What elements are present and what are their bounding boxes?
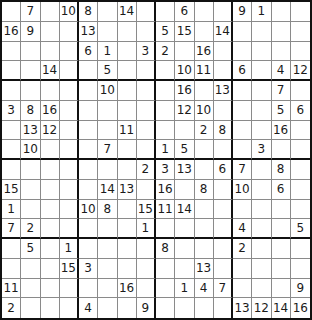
cell-r2c13[interactable] (233, 22, 252, 42)
cell-r6c15: 5 (272, 101, 291, 121)
cell-r9c8: 2 (137, 160, 156, 180)
cell-r16c12[interactable] (214, 298, 233, 318)
cell-r5c6: 10 (98, 81, 117, 101)
cell-r14c2[interactable] (21, 259, 40, 279)
cell-r15c12: 7 (214, 279, 233, 299)
cell-r6c2: 8 (21, 101, 40, 121)
cell-r3c13[interactable] (233, 42, 252, 62)
cell-r3c15[interactable] (272, 42, 291, 62)
cell-r10c6: 14 (98, 180, 117, 200)
cell-r14c12[interactable] (214, 259, 233, 279)
cell-r9c2[interactable] (21, 160, 40, 180)
cell-r14c8[interactable] (137, 259, 156, 279)
cell-r1c1[interactable] (2, 2, 21, 22)
cell-r4c3: 14 (41, 61, 60, 81)
cell-r6c13[interactable] (233, 101, 252, 121)
cell-r1c10: 6 (175, 2, 194, 22)
cell-r2c5: 13 (79, 22, 98, 42)
cell-r11c9: 11 (156, 200, 175, 220)
cell-r10c15: 6 (272, 180, 291, 200)
cell-r11c5: 10 (79, 200, 98, 220)
cell-r3c1[interactable] (2, 42, 21, 62)
cell-r10c9: 16 (156, 180, 175, 200)
cell-r14c9[interactable] (156, 259, 175, 279)
cell-r4c12[interactable] (214, 61, 233, 81)
cell-r3c8: 3 (137, 42, 156, 62)
cell-r16c7[interactable] (118, 298, 137, 318)
cell-r14c13[interactable] (233, 259, 252, 279)
cell-r7c6[interactable] (98, 121, 117, 141)
cell-r1c6[interactable] (98, 2, 117, 22)
cell-r2c11[interactable] (195, 22, 214, 42)
cell-r11c16[interactable] (291, 200, 310, 220)
cell-r14c3[interactable] (41, 259, 60, 279)
cell-r11c1: 1 (2, 200, 21, 220)
cell-r6c12[interactable] (214, 101, 233, 121)
cell-r5c1[interactable] (2, 81, 21, 101)
cell-r2c12: 14 (214, 22, 233, 42)
cell-r6c5[interactable] (79, 101, 98, 121)
cell-r9c11[interactable] (195, 160, 214, 180)
cell-r4c7[interactable] (118, 61, 137, 81)
cell-r4c16: 12 (291, 61, 310, 81)
cell-r6c8[interactable] (137, 101, 156, 121)
cell-r4c8[interactable] (137, 61, 156, 81)
cell-r2c3[interactable] (41, 22, 60, 42)
cell-r10c13: 10 (233, 180, 252, 200)
cell-r9c5[interactable] (79, 160, 98, 180)
cell-r12c12[interactable] (214, 219, 233, 239)
cell-r7c7: 11 (118, 121, 137, 141)
cell-r2c10: 15 (175, 22, 194, 42)
cell-r14c6[interactable] (98, 259, 117, 279)
cell-r15c11: 4 (195, 279, 214, 299)
cell-r5c13[interactable] (233, 81, 252, 101)
cell-r7c2: 13 (21, 121, 40, 141)
cell-r6c6[interactable] (98, 101, 117, 121)
cell-r7c16[interactable] (291, 121, 310, 141)
cell-r13c11[interactable] (195, 239, 214, 259)
cell-r1c5: 8 (79, 2, 98, 22)
cell-r15c6[interactable] (98, 279, 117, 299)
cell-r4c10: 10 (175, 61, 194, 81)
cell-r12c2: 2 (21, 219, 40, 239)
cell-r16c4[interactable] (60, 298, 79, 318)
cell-r4c13: 6 (233, 61, 252, 81)
cell-r4c11: 11 (195, 61, 214, 81)
cell-r9c16[interactable] (291, 160, 310, 180)
cell-r2c1: 16 (2, 22, 21, 42)
cell-r12c9[interactable] (156, 219, 175, 239)
cell-r1c8[interactable] (137, 2, 156, 22)
cell-r15c5[interactable] (79, 279, 98, 299)
cell-r8c10: 5 (175, 140, 194, 160)
cell-r10c12[interactable] (214, 180, 233, 200)
cell-r3c2[interactable] (21, 42, 40, 62)
cell-r3c16[interactable] (291, 42, 310, 62)
cell-r2c15[interactable] (272, 22, 291, 42)
cell-r1c15[interactable] (272, 2, 291, 22)
cell-r8c9: 1 (156, 140, 175, 160)
cell-r14c7[interactable] (118, 259, 137, 279)
cell-r13c3[interactable] (41, 239, 60, 259)
cell-r15c7: 16 (118, 279, 137, 299)
cell-r9c9: 3 (156, 160, 175, 180)
cell-r5c7[interactable] (118, 81, 137, 101)
cell-r2c9: 5 (156, 22, 175, 42)
cell-r8c16[interactable] (291, 140, 310, 160)
cell-r9c4[interactable] (60, 160, 79, 180)
cell-r15c13[interactable] (233, 279, 252, 299)
cell-r16c11[interactable] (195, 298, 214, 318)
cell-r7c5[interactable] (79, 121, 98, 141)
cell-r7c9[interactable] (156, 121, 175, 141)
cell-r5c5[interactable] (79, 81, 98, 101)
cell-r8c13[interactable] (233, 140, 252, 160)
cell-r6c14[interactable] (252, 101, 271, 121)
cell-r13c4: 1 (60, 239, 79, 259)
cell-r5c15: 7 (272, 81, 291, 101)
cell-r13c5[interactable] (79, 239, 98, 259)
cell-r11c3[interactable] (41, 200, 60, 220)
cell-r15c8[interactable] (137, 279, 156, 299)
cell-r8c5[interactable] (79, 140, 98, 160)
cell-r8c3[interactable] (41, 140, 60, 160)
cell-r10c10[interactable] (175, 180, 194, 200)
cell-r11c15[interactable] (272, 200, 291, 220)
cell-r9c14[interactable] (252, 160, 271, 180)
cell-r11c7[interactable] (118, 200, 137, 220)
cell-r8c14: 3 (252, 140, 271, 160)
cell-r8c11[interactable] (195, 140, 214, 160)
cell-r6c1: 3 (2, 101, 21, 121)
cell-r3c14[interactable] (252, 42, 271, 62)
cell-r1c11[interactable] (195, 2, 214, 22)
cell-r4c9[interactable] (156, 61, 175, 81)
cell-r13c2: 5 (21, 239, 40, 259)
cell-r14c10[interactable] (175, 259, 194, 279)
cell-r14c1[interactable] (2, 259, 21, 279)
cell-r13c7[interactable] (118, 239, 137, 259)
cell-r2c4[interactable] (60, 22, 79, 42)
cell-r1c9[interactable] (156, 2, 175, 22)
cell-r16c1: 2 (2, 298, 21, 318)
cell-r8c8[interactable] (137, 140, 156, 160)
cell-r16c16: 16 (291, 298, 310, 318)
cell-r10c7: 13 (118, 180, 137, 200)
sudoku-16x16-board: 7108146911691351514613216145101164121016… (0, 0, 312, 320)
cell-r12c6[interactable] (98, 219, 117, 239)
cell-r9c3[interactable] (41, 160, 60, 180)
cell-r5c8[interactable] (137, 81, 156, 101)
cell-r16c13: 13 (233, 298, 252, 318)
cell-r6c9[interactable] (156, 101, 175, 121)
cell-r1c4: 10 (60, 2, 79, 22)
cell-r12c13: 4 (233, 219, 252, 239)
cell-r5c10: 16 (175, 81, 194, 101)
cell-r13c6[interactable] (98, 239, 117, 259)
cell-r7c14[interactable] (252, 121, 271, 141)
cell-r16c6[interactable] (98, 298, 117, 318)
cell-r9c6[interactable] (98, 160, 117, 180)
cell-r3c7[interactable] (118, 42, 137, 62)
cell-r15c9[interactable] (156, 279, 175, 299)
cell-r7c4[interactable] (60, 121, 79, 141)
cell-r4c14[interactable] (252, 61, 271, 81)
cell-r6c16: 6 (291, 101, 310, 121)
cell-r8c7[interactable] (118, 140, 137, 160)
cell-r16c10[interactable] (175, 298, 194, 318)
cell-r3c11: 16 (195, 42, 214, 62)
cell-r6c7[interactable] (118, 101, 137, 121)
cell-r12c5[interactable] (79, 219, 98, 239)
cell-r12c8: 1 (137, 219, 156, 239)
cell-r14c14[interactable] (252, 259, 271, 279)
cell-r13c15[interactable] (272, 239, 291, 259)
cell-r15c10: 1 (175, 279, 194, 299)
cell-r6c3: 16 (41, 101, 60, 121)
cell-r15c3[interactable] (41, 279, 60, 299)
cell-r9c12: 6 (214, 160, 233, 180)
cell-r14c15[interactable] (272, 259, 291, 279)
cell-r12c7[interactable] (118, 219, 137, 239)
cell-r16c8: 9 (137, 298, 156, 318)
cell-r9c15: 8 (272, 160, 291, 180)
cell-r10c1: 15 (2, 180, 21, 200)
cell-r3c9: 2 (156, 42, 175, 62)
cell-r1c16[interactable] (291, 2, 310, 22)
cell-r3c4[interactable] (60, 42, 79, 62)
cell-r8c4[interactable] (60, 140, 79, 160)
cell-r13c9: 8 (156, 239, 175, 259)
cell-r14c4: 15 (60, 259, 79, 279)
cell-r13c14[interactable] (252, 239, 271, 259)
cell-r8c6: 7 (98, 140, 117, 160)
cell-r9c7[interactable] (118, 160, 137, 180)
cell-r10c14[interactable] (252, 180, 271, 200)
cell-r12c11[interactable] (195, 219, 214, 239)
cell-r3c10[interactable] (175, 42, 194, 62)
cell-r14c16[interactable] (291, 259, 310, 279)
cell-r3c6: 1 (98, 42, 117, 62)
cell-r3c5: 6 (79, 42, 98, 62)
cell-r8c2: 10 (21, 140, 40, 160)
cell-r15c2[interactable] (21, 279, 40, 299)
cell-r1c14: 1 (252, 2, 271, 22)
cell-r5c14[interactable] (252, 81, 271, 101)
cell-r6c4[interactable] (60, 101, 79, 121)
cell-r5c16[interactable] (291, 81, 310, 101)
cell-r14c5: 3 (79, 259, 98, 279)
cell-r10c2[interactable] (21, 180, 40, 200)
cell-r11c14[interactable] (252, 200, 271, 220)
cell-r1c13: 9 (233, 2, 252, 22)
cell-r12c10[interactable] (175, 219, 194, 239)
cell-r1c7: 14 (118, 2, 137, 22)
cell-r3c12[interactable] (214, 42, 233, 62)
cell-r7c15: 16 (272, 121, 291, 141)
cell-r7c11: 2 (195, 121, 214, 141)
cell-r11c8: 15 (137, 200, 156, 220)
cell-r12c4[interactable] (60, 219, 79, 239)
cell-r5c11[interactable] (195, 81, 214, 101)
cell-r7c1[interactable] (2, 121, 21, 141)
cell-r15c15[interactable] (272, 279, 291, 299)
cell-r16c15: 14 (272, 298, 291, 318)
cell-r16c3[interactable] (41, 298, 60, 318)
cell-r11c11[interactable] (195, 200, 214, 220)
cell-r7c3: 12 (41, 121, 60, 141)
cell-r14c11: 13 (195, 259, 214, 279)
cell-r9c1[interactable] (2, 160, 21, 180)
cell-r7c10[interactable] (175, 121, 194, 141)
cell-r2c8[interactable] (137, 22, 156, 42)
cell-r10c3[interactable] (41, 180, 60, 200)
cell-r4c5[interactable] (79, 61, 98, 81)
cell-r4c1[interactable] (2, 61, 21, 81)
cell-r11c2[interactable] (21, 200, 40, 220)
cell-r4c2[interactable] (21, 61, 40, 81)
cell-r11c13[interactable] (233, 200, 252, 220)
cell-r4c4[interactable] (60, 61, 79, 81)
cell-r13c8[interactable] (137, 239, 156, 259)
cell-r15c4[interactable] (60, 279, 79, 299)
cell-r13c12[interactable] (214, 239, 233, 259)
cell-r15c1: 11 (2, 279, 21, 299)
cell-r5c2[interactable] (21, 81, 40, 101)
cell-r16c14: 12 (252, 298, 271, 318)
cell-r2c14[interactable] (252, 22, 271, 42)
cell-r5c12: 13 (214, 81, 233, 101)
cell-r13c1[interactable] (2, 239, 21, 259)
cell-r6c10: 12 (175, 101, 194, 121)
cell-r13c10[interactable] (175, 239, 194, 259)
cell-r2c6[interactable] (98, 22, 117, 42)
cell-r10c11: 8 (195, 180, 214, 200)
cell-r1c3[interactable] (41, 2, 60, 22)
cell-r11c6: 8 (98, 200, 117, 220)
cell-r9c13: 7 (233, 160, 252, 180)
cell-r2c7[interactable] (118, 22, 137, 42)
cell-r1c2: 7 (21, 2, 40, 22)
cell-r11c4[interactable] (60, 200, 79, 220)
cell-r10c16[interactable] (291, 180, 310, 200)
cell-r11c12[interactable] (214, 200, 233, 220)
cell-r9c10: 13 (175, 160, 194, 180)
cell-r6c11: 10 (195, 101, 214, 121)
cell-r8c15[interactable] (272, 140, 291, 160)
cell-r7c12: 8 (214, 121, 233, 141)
cell-r11c10: 14 (175, 200, 194, 220)
cell-r4c15: 4 (272, 61, 291, 81)
cell-r12c3[interactable] (41, 219, 60, 239)
cell-r8c12[interactable] (214, 140, 233, 160)
cell-r7c13[interactable] (233, 121, 252, 141)
cell-r12c15[interactable] (272, 219, 291, 239)
cell-r12c14[interactable] (252, 219, 271, 239)
cell-r2c2: 9 (21, 22, 40, 42)
cell-r10c5[interactable] (79, 180, 98, 200)
cell-r12c1: 7 (2, 219, 21, 239)
cell-r15c14[interactable] (252, 279, 271, 299)
cell-r16c5: 4 (79, 298, 98, 318)
cell-r10c4[interactable] (60, 180, 79, 200)
cell-r2c16[interactable] (291, 22, 310, 42)
cell-r13c13: 2 (233, 239, 252, 259)
cell-r5c4[interactable] (60, 81, 79, 101)
cell-r13c16[interactable] (291, 239, 310, 259)
cell-r4c6: 5 (98, 61, 117, 81)
cell-r5c9[interactable] (156, 81, 175, 101)
cell-r10c8[interactable] (137, 180, 156, 200)
cell-r5c3[interactable] (41, 81, 60, 101)
cell-r3c3[interactable] (41, 42, 60, 62)
cell-r1c12[interactable] (214, 2, 233, 22)
cell-r8c1[interactable] (2, 140, 21, 160)
cell-r15c16: 9 (291, 279, 310, 299)
cell-r16c9[interactable] (156, 298, 175, 318)
cell-r7c8[interactable] (137, 121, 156, 141)
cell-r16c2[interactable] (21, 298, 40, 318)
cell-r12c16: 5 (291, 219, 310, 239)
